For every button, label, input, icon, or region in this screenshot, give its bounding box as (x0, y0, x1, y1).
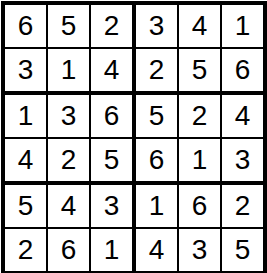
sudoku-cell-r3c2[interactable]: 3 (48, 95, 91, 139)
page: 652341314256136524425613543162261435 (0, 0, 267, 273)
sudoku-cell-r2c6[interactable]: 6 (222, 49, 263, 95)
sudoku-cell-r6c5[interactable]: 3 (179, 229, 222, 271)
sudoku-cell-r6c3[interactable]: 1 (91, 229, 136, 271)
sudoku-cell-r6c6[interactable]: 5 (222, 229, 263, 271)
sudoku-cell-r1c2[interactable]: 5 (48, 5, 91, 49)
sudoku-cell-r2c4[interactable]: 2 (136, 49, 179, 95)
sudoku-board: 652341314256136524425613543162261435 (1, 1, 267, 273)
sudoku-cell-r6c2[interactable]: 6 (48, 229, 91, 271)
sudoku-cell-r4c5[interactable]: 1 (179, 139, 222, 185)
sudoku-cell-r6c4[interactable]: 4 (136, 229, 179, 271)
sudoku-cell-r5c4[interactable]: 1 (136, 185, 179, 229)
sudoku-cell-r5c2[interactable]: 4 (48, 185, 91, 229)
sudoku-cell-r4c3[interactable]: 5 (91, 139, 136, 185)
sudoku-cell-r1c5[interactable]: 4 (179, 5, 222, 49)
sudoku-cell-r5c5[interactable]: 6 (179, 185, 222, 229)
sudoku-cell-r4c2[interactable]: 2 (48, 139, 91, 185)
sudoku-cell-r4c4[interactable]: 6 (136, 139, 179, 185)
sudoku-cell-r4c1[interactable]: 4 (5, 139, 48, 185)
sudoku-cell-r3c1[interactable]: 1 (5, 95, 48, 139)
sudoku-cell-r3c4[interactable]: 5 (136, 95, 179, 139)
sudoku-cell-r3c6[interactable]: 4 (222, 95, 263, 139)
sudoku-cell-r1c1[interactable]: 6 (5, 5, 48, 49)
sudoku-cell-r3c3[interactable]: 6 (91, 95, 136, 139)
sudoku-cell-r2c5[interactable]: 5 (179, 49, 222, 95)
sudoku-cell-r2c2[interactable]: 1 (48, 49, 91, 95)
sudoku-cell-r5c3[interactable]: 3 (91, 185, 136, 229)
sudoku-cell-r6c1[interactable]: 2 (5, 229, 48, 271)
sudoku-cell-r2c1[interactable]: 3 (5, 49, 48, 95)
sudoku-cell-r4c6[interactable]: 3 (222, 139, 263, 185)
sudoku-cell-r5c6[interactable]: 2 (222, 185, 263, 229)
sudoku-cell-r1c4[interactable]: 3 (136, 5, 179, 49)
sudoku-cell-r2c3[interactable]: 4 (91, 49, 136, 95)
sudoku-cell-r3c5[interactable]: 2 (179, 95, 222, 139)
sudoku-cell-r5c1[interactable]: 5 (5, 185, 48, 229)
sudoku-cell-r1c3[interactable]: 2 (91, 5, 136, 49)
sudoku-cell-r1c6[interactable]: 1 (222, 5, 263, 49)
